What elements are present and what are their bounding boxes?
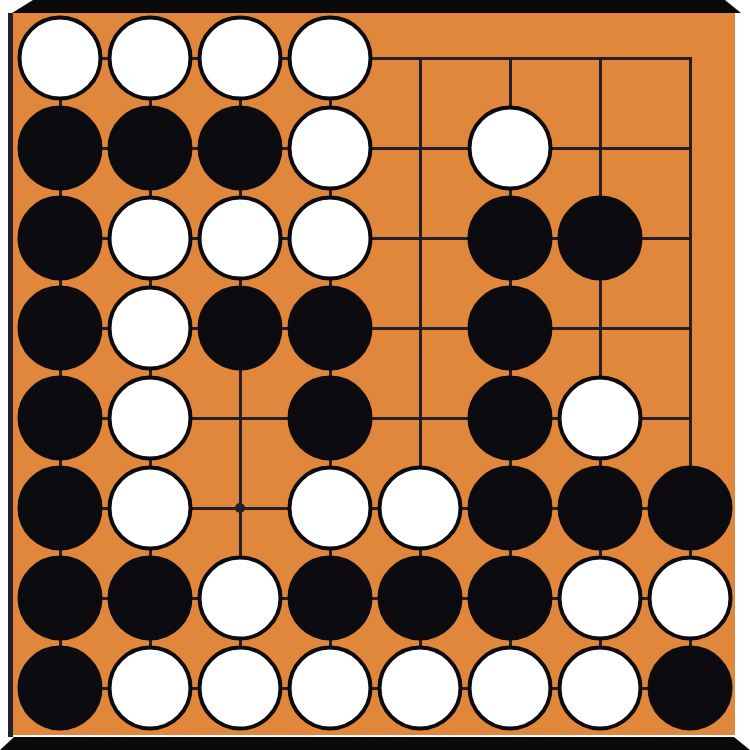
board-frame-bottom — [0, 737, 750, 750]
board-left-edge-bevel — [8, 13, 13, 737]
white-stone — [198, 556, 283, 641]
white-stone — [558, 556, 643, 641]
black-stone — [18, 646, 103, 731]
black-stone — [558, 196, 643, 281]
board-frame-top — [0, 0, 750, 13]
black-stone — [378, 556, 463, 641]
white-stone — [108, 286, 193, 371]
white-stone — [288, 466, 373, 551]
page-background — [0, 0, 750, 750]
white-stone — [198, 646, 283, 731]
white-stone — [18, 16, 103, 101]
black-stone — [18, 556, 103, 641]
black-stone — [18, 106, 103, 191]
white-stone — [108, 646, 193, 731]
white-stone — [108, 16, 193, 101]
white-stone — [558, 646, 643, 731]
white-stone — [108, 466, 193, 551]
black-stone — [288, 286, 373, 371]
black-stone — [468, 376, 553, 461]
white-stone — [378, 466, 463, 551]
white-stone — [468, 646, 553, 731]
black-stone — [558, 466, 643, 551]
black-stone — [288, 556, 373, 641]
white-stone — [468, 106, 553, 191]
black-stone — [108, 556, 193, 641]
black-stone — [18, 196, 103, 281]
white-stone — [108, 376, 193, 461]
white-stone — [648, 556, 733, 641]
white-stone — [288, 16, 373, 101]
black-stone — [18, 466, 103, 551]
go-board[interactable] — [13, 13, 735, 735]
black-stone — [198, 286, 283, 371]
black-stone — [18, 286, 103, 371]
white-stone — [198, 196, 283, 281]
black-stone — [468, 286, 553, 371]
black-stone — [288, 376, 373, 461]
black-stone — [198, 106, 283, 191]
white-stone — [108, 196, 193, 281]
black-stone — [18, 376, 103, 461]
black-stone — [648, 466, 733, 551]
star-point — [235, 503, 245, 513]
white-stone — [288, 196, 373, 281]
black-stone — [108, 106, 193, 191]
white-stone — [198, 16, 283, 101]
black-stone — [468, 466, 553, 551]
white-stone — [558, 376, 643, 461]
white-stone — [378, 646, 463, 731]
white-stone — [288, 646, 373, 731]
white-stone — [288, 106, 373, 191]
black-stone — [468, 196, 553, 281]
black-stone — [648, 646, 733, 731]
black-stone — [468, 556, 553, 641]
